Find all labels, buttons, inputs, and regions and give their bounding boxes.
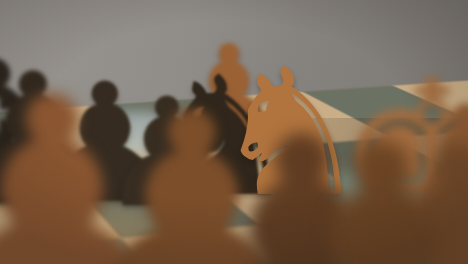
piece-foreground-white-pawn-4[interactable]: ♟ (230, 100, 468, 264)
chess-photo-scene: ♝♟♟♟♟♞♞♚♟♟♟♟♟♟ (0, 0, 468, 264)
pieces-layer: ♝♟♟♟♟♞♞♚♟♟♟♟♟♟ (0, 0, 468, 264)
